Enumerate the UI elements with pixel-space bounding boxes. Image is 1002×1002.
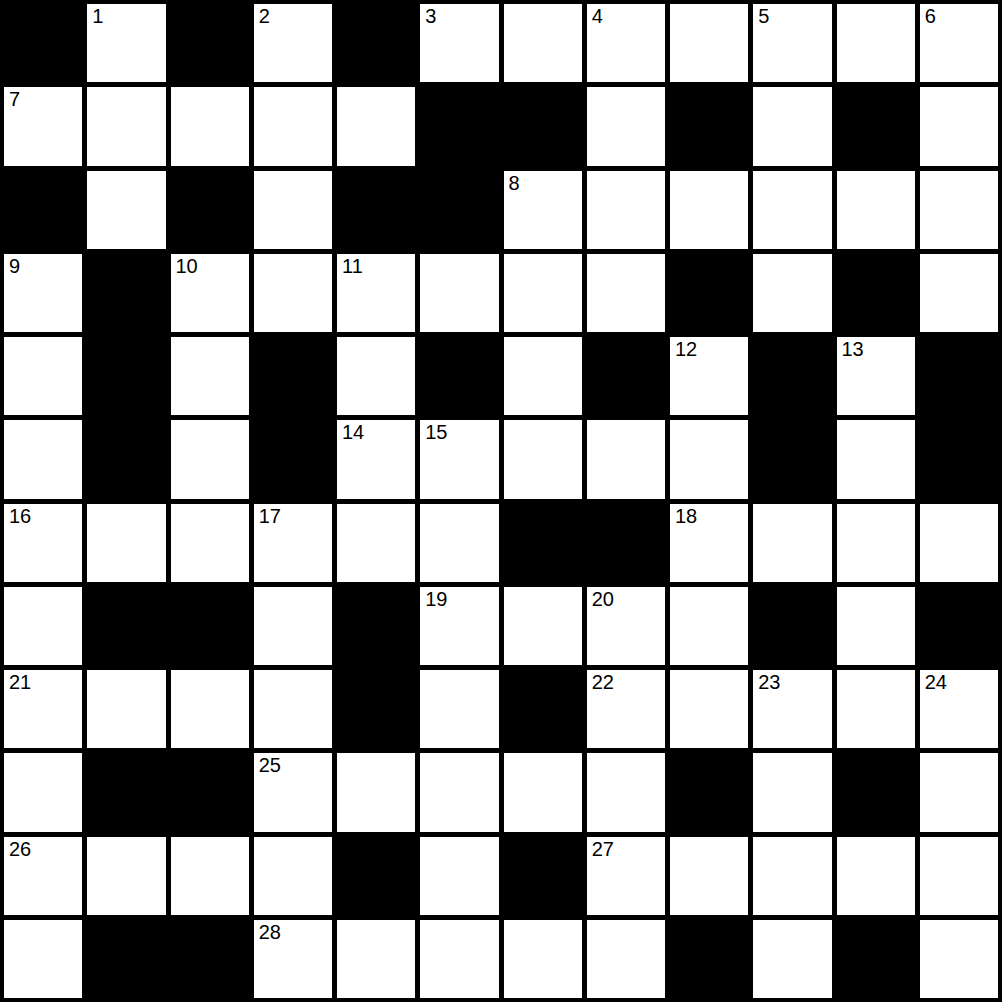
white-cell-r7-c7[interactable]: 20 [587,587,665,665]
white-cell-r8-c10[interactable] [837,670,915,748]
white-cell-r10-c0[interactable]: 26 [4,837,82,915]
white-cell-r4-c2[interactable] [171,337,249,415]
clue-number-4: 4 [592,5,603,28]
white-cell-r6-c2[interactable] [171,504,249,582]
black-cell-r1-c10 [837,87,915,165]
white-cell-r6-c11[interactable] [920,504,998,582]
black-cell-r4-c1 [87,337,165,415]
white-cell-r6-c10[interactable] [837,504,915,582]
black-cell-r9-c8 [670,753,748,831]
white-cell-r10-c9[interactable] [753,837,831,915]
white-cell-r6-c4[interactable] [337,504,415,582]
clue-number-28: 28 [259,921,281,944]
white-cell-r1-c0[interactable]: 7 [4,87,82,165]
white-cell-r0-c1[interactable]: 1 [87,4,165,82]
black-cell-r1-c5 [420,87,498,165]
clue-number-23: 23 [758,671,780,694]
black-cell-r0-c2 [171,4,249,82]
black-cell-r5-c3 [254,420,332,498]
white-cell-r1-c7[interactable] [587,87,665,165]
white-cell-r10-c2[interactable] [171,837,249,915]
white-cell-r0-c7[interactable]: 4 [587,4,665,82]
white-cell-r5-c7[interactable] [587,420,665,498]
white-cell-r1-c9[interactable] [753,87,831,165]
black-cell-r4-c5 [420,337,498,415]
black-cell-r7-c2 [171,587,249,665]
white-cell-r8-c3[interactable] [254,670,332,748]
black-cell-r2-c5 [420,171,498,249]
black-cell-r11-c1 [87,920,165,998]
clue-number-3: 3 [425,5,436,28]
white-cell-r11-c4[interactable] [337,920,415,998]
white-cell-r9-c5[interactable] [420,753,498,831]
white-cell-r10-c3[interactable] [254,837,332,915]
clue-number-20: 20 [592,588,614,611]
black-cell-r11-c10 [837,920,915,998]
black-cell-r7-c1 [87,587,165,665]
white-cell-r11-c7[interactable] [587,920,665,998]
black-cell-r2-c0 [4,171,82,249]
white-cell-r7-c3[interactable] [254,587,332,665]
white-cell-r8-c7[interactable]: 22 [587,670,665,748]
clue-number-14: 14 [342,421,364,444]
white-cell-r7-c6[interactable] [504,587,582,665]
white-cell-r5-c2[interactable] [171,420,249,498]
white-cell-r9-c3[interactable]: 25 [254,753,332,831]
white-cell-r2-c1[interactable] [87,171,165,249]
black-cell-r1-c6 [504,87,582,165]
white-cell-r0-c6[interactable] [504,4,582,82]
clue-number-19: 19 [425,588,447,611]
white-cell-r3-c11[interactable] [920,254,998,332]
black-cell-r4-c3 [254,337,332,415]
black-cell-r7-c4 [337,587,415,665]
white-cell-r2-c10[interactable] [837,171,915,249]
white-cell-r2-c11[interactable] [920,171,998,249]
white-cell-r9-c9[interactable] [753,753,831,831]
clue-number-16: 16 [9,505,31,528]
white-cell-r11-c6[interactable] [504,920,582,998]
white-cell-r0-c8[interactable] [670,4,748,82]
white-cell-r3-c5[interactable] [420,254,498,332]
white-cell-r3-c6[interactable] [504,254,582,332]
white-cell-r3-c7[interactable] [587,254,665,332]
white-cell-r10-c7[interactable]: 27 [587,837,665,915]
white-cell-r9-c11[interactable] [920,753,998,831]
white-cell-r0-c10[interactable] [837,4,915,82]
white-cell-r0-c9[interactable]: 5 [753,4,831,82]
clue-number-5: 5 [758,5,769,28]
clue-number-21: 21 [9,671,31,694]
white-cell-r6-c3[interactable]: 17 [254,504,332,582]
clue-number-10: 10 [176,255,198,278]
clue-number-15: 15 [425,421,447,444]
white-cell-r9-c7[interactable] [587,753,665,831]
white-cell-r4-c8[interactable]: 12 [670,337,748,415]
white-cell-r7-c5[interactable]: 19 [420,587,498,665]
clue-number-12: 12 [675,338,697,361]
white-cell-r5-c5[interactable]: 15 [420,420,498,498]
white-cell-r4-c4[interactable] [337,337,415,415]
clue-number-24: 24 [925,671,947,694]
clue-number-17: 17 [259,505,281,528]
white-cell-r10-c1[interactable] [87,837,165,915]
white-cell-r6-c5[interactable] [420,504,498,582]
black-cell-r6-c6 [504,504,582,582]
white-cell-r10-c5[interactable] [420,837,498,915]
white-cell-r10-c10[interactable] [837,837,915,915]
white-cell-r10-c8[interactable] [670,837,748,915]
clue-number-26: 26 [9,838,31,861]
white-cell-r3-c2[interactable]: 10 [171,254,249,332]
clue-number-22: 22 [592,671,614,694]
black-cell-r2-c4 [337,171,415,249]
white-cell-r0-c5[interactable]: 3 [420,4,498,82]
white-cell-r7-c8[interactable] [670,587,748,665]
white-cell-r9-c4[interactable] [337,753,415,831]
black-cell-r4-c7 [587,337,665,415]
white-cell-r2-c9[interactable] [753,171,831,249]
white-cell-r10-c11[interactable] [920,837,998,915]
clue-number-7: 7 [9,88,20,111]
black-cell-r7-c9 [753,587,831,665]
white-cell-r8-c0[interactable]: 21 [4,670,82,748]
black-cell-r0-c4 [337,4,415,82]
clue-number-13: 13 [842,338,864,361]
clue-number-8: 8 [509,172,520,195]
white-cell-r7-c10[interactable] [837,587,915,665]
white-cell-r7-c0[interactable] [4,587,82,665]
black-cell-r10-c6 [504,837,582,915]
white-cell-r8-c8[interactable] [670,670,748,748]
white-cell-r8-c5[interactable] [420,670,498,748]
white-cell-r3-c4[interactable]: 11 [337,254,415,332]
white-cell-r6-c1[interactable] [87,504,165,582]
black-cell-r11-c2 [171,920,249,998]
white-cell-r1-c4[interactable] [337,87,415,165]
white-cell-r1-c2[interactable] [171,87,249,165]
black-cell-r5-c1 [87,420,165,498]
black-cell-r3-c1 [87,254,165,332]
black-cell-r9-c10 [837,753,915,831]
black-cell-r0-c0 [4,4,82,82]
white-cell-r2-c3[interactable] [254,171,332,249]
white-cell-r1-c3[interactable] [254,87,332,165]
white-cell-r0-c3[interactable]: 2 [254,4,332,82]
white-cell-r4-c6[interactable] [504,337,582,415]
white-cell-r11-c3[interactable]: 28 [254,920,332,998]
white-cell-r3-c9[interactable] [753,254,831,332]
clue-number-18: 18 [675,505,697,528]
clue-number-6: 6 [925,5,936,28]
white-cell-r5-c0[interactable] [4,420,82,498]
white-cell-r5-c4[interactable]: 14 [337,420,415,498]
clue-number-9: 9 [9,255,20,278]
white-cell-r4-c0[interactable] [4,337,82,415]
clue-number-11: 11 [342,255,363,278]
white-cell-r3-c0[interactable]: 9 [4,254,82,332]
white-cell-r0-c11[interactable]: 6 [920,4,998,82]
white-cell-r5-c6[interactable] [504,420,582,498]
white-cell-r11-c9[interactable] [753,920,831,998]
black-cell-r4-c11 [920,337,998,415]
white-cell-r8-c2[interactable] [171,670,249,748]
black-cell-r5-c11 [920,420,998,498]
white-cell-r1-c11[interactable] [920,87,998,165]
black-cell-r9-c2 [171,753,249,831]
white-cell-r1-c1[interactable] [87,87,165,165]
white-cell-r8-c11[interactable]: 24 [920,670,998,748]
white-cell-r2-c6[interactable]: 8 [504,171,582,249]
white-cell-r9-c0[interactable] [4,753,82,831]
white-cell-r4-c10[interactable]: 13 [837,337,915,415]
black-cell-r6-c7 [587,504,665,582]
black-cell-r5-c9 [753,420,831,498]
white-cell-r6-c9[interactable] [753,504,831,582]
white-cell-r9-c6[interactable] [504,753,582,831]
black-cell-r8-c6 [504,670,582,748]
white-cell-r11-c11[interactable] [920,920,998,998]
white-cell-r3-c3[interactable] [254,254,332,332]
black-cell-r4-c9 [753,337,831,415]
white-cell-r2-c8[interactable] [670,171,748,249]
clue-number-25: 25 [259,754,281,777]
black-cell-r9-c1 [87,753,165,831]
crossword-grid: 1234567891011121314151617181920212223242… [0,0,1002,1002]
white-cell-r5-c8[interactable] [670,420,748,498]
white-cell-r6-c0[interactable]: 16 [4,504,82,582]
black-cell-r8-c4 [337,670,415,748]
clue-number-2: 2 [259,5,270,28]
black-cell-r3-c10 [837,254,915,332]
black-cell-r3-c8 [670,254,748,332]
black-cell-r7-c11 [920,587,998,665]
white-cell-r6-c8[interactable]: 18 [670,504,748,582]
black-cell-r11-c8 [670,920,748,998]
clue-number-1: 1 [92,5,103,28]
white-cell-r8-c1[interactable] [87,670,165,748]
white-cell-r2-c7[interactable] [587,171,665,249]
black-cell-r1-c8 [670,87,748,165]
clue-number-27: 27 [592,838,614,861]
black-cell-r10-c4 [337,837,415,915]
white-cell-r11-c0[interactable] [4,920,82,998]
white-cell-r5-c10[interactable] [837,420,915,498]
white-cell-r11-c5[interactable] [420,920,498,998]
black-cell-r2-c2 [171,171,249,249]
white-cell-r8-c9[interactable]: 23 [753,670,831,748]
